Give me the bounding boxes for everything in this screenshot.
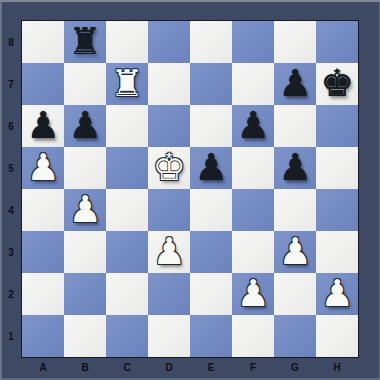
square-d4[interactable] — [148, 189, 190, 231]
square-g2[interactable] — [274, 273, 316, 315]
square-g1[interactable] — [274, 315, 316, 357]
square-h1[interactable] — [316, 315, 358, 357]
square-c4[interactable] — [106, 189, 148, 231]
board-frame: 87654321 ♜♜♟♚♟♟♟♟♚♟♟♟♟♟♟♟ ABCDEFGH — [0, 0, 380, 380]
square-e7[interactable] — [190, 63, 232, 105]
square-h4[interactable] — [316, 189, 358, 231]
square-h6[interactable] — [316, 105, 358, 147]
file-label-h: H — [316, 357, 358, 380]
square-g3[interactable]: ♟ — [274, 231, 316, 273]
file-label-e: E — [190, 357, 232, 380]
square-f4[interactable] — [232, 189, 274, 231]
square-a6[interactable]: ♟ — [22, 105, 64, 147]
piece-white-pawn[interactable]: ♟ — [320, 273, 353, 315]
piece-white-rook[interactable]: ♜ — [110, 63, 143, 105]
square-h3[interactable] — [316, 231, 358, 273]
square-c1[interactable] — [106, 315, 148, 357]
square-b7[interactable] — [64, 63, 106, 105]
square-g8[interactable] — [274, 21, 316, 63]
square-a1[interactable] — [22, 315, 64, 357]
rank-label-5: 5 — [0, 147, 22, 189]
file-label-g: G — [274, 357, 316, 380]
piece-black-king[interactable]: ♚ — [320, 63, 353, 105]
square-g6[interactable] — [274, 105, 316, 147]
square-b2[interactable] — [64, 273, 106, 315]
square-f6[interactable]: ♟ — [232, 105, 274, 147]
square-d2[interactable] — [148, 273, 190, 315]
square-h2[interactable]: ♟ — [316, 273, 358, 315]
square-d1[interactable] — [148, 315, 190, 357]
square-d8[interactable] — [148, 21, 190, 63]
square-e2[interactable] — [190, 273, 232, 315]
square-h5[interactable] — [316, 147, 358, 189]
piece-black-pawn[interactable]: ♟ — [194, 147, 227, 189]
file-label-d: D — [148, 357, 190, 380]
rank-label-7: 7 — [0, 63, 22, 105]
piece-white-pawn[interactable]: ♟ — [278, 231, 311, 273]
square-h7[interactable]: ♚ — [316, 63, 358, 105]
square-c2[interactable] — [106, 273, 148, 315]
square-f1[interactable] — [232, 315, 274, 357]
file-label-f: F — [232, 357, 274, 380]
rank-label-3: 3 — [0, 231, 22, 273]
square-f3[interactable] — [232, 231, 274, 273]
square-f2[interactable]: ♟ — [232, 273, 274, 315]
square-c5[interactable] — [106, 147, 148, 189]
file-label-c: C — [106, 357, 148, 380]
square-f8[interactable] — [232, 21, 274, 63]
square-a3[interactable] — [22, 231, 64, 273]
square-g7[interactable]: ♟ — [274, 63, 316, 105]
square-c7[interactable]: ♜ — [106, 63, 148, 105]
square-b1[interactable] — [64, 315, 106, 357]
square-c3[interactable] — [106, 231, 148, 273]
rank-labels: 87654321 — [0, 21, 22, 357]
square-e4[interactable] — [190, 189, 232, 231]
square-d5[interactable]: ♚ — [148, 147, 190, 189]
piece-black-pawn[interactable]: ♟ — [278, 147, 311, 189]
square-c6[interactable] — [106, 105, 148, 147]
piece-black-rook[interactable]: ♜ — [68, 21, 101, 63]
square-a5[interactable]: ♟ — [22, 147, 64, 189]
square-e1[interactable] — [190, 315, 232, 357]
square-b4[interactable]: ♟ — [64, 189, 106, 231]
square-b5[interactable] — [64, 147, 106, 189]
piece-white-king[interactable]: ♚ — [152, 147, 185, 189]
piece-white-pawn[interactable]: ♟ — [236, 273, 269, 315]
piece-white-pawn[interactable]: ♟ — [68, 189, 101, 231]
piece-white-pawn[interactable]: ♟ — [26, 147, 59, 189]
square-e8[interactable] — [190, 21, 232, 63]
square-f7[interactable] — [232, 63, 274, 105]
square-g5[interactable]: ♟ — [274, 147, 316, 189]
piece-black-pawn[interactable]: ♟ — [278, 63, 311, 105]
rank-label-4: 4 — [0, 189, 22, 231]
piece-black-pawn[interactable]: ♟ — [68, 105, 101, 147]
square-a8[interactable] — [22, 21, 64, 63]
file-label-a: A — [22, 357, 64, 380]
rank-label-8: 8 — [0, 21, 22, 63]
square-a4[interactable] — [22, 189, 64, 231]
rank-label-6: 6 — [0, 105, 22, 147]
square-e6[interactable] — [190, 105, 232, 147]
square-f5[interactable] — [232, 147, 274, 189]
square-a7[interactable] — [22, 63, 64, 105]
square-g4[interactable] — [274, 189, 316, 231]
chess-board[interactable]: ♜♜♟♚♟♟♟♟♚♟♟♟♟♟♟♟ — [22, 21, 358, 357]
square-e3[interactable] — [190, 231, 232, 273]
file-label-b: B — [64, 357, 106, 380]
file-labels: ABCDEFGH — [22, 357, 358, 380]
square-b8[interactable]: ♜ — [64, 21, 106, 63]
square-e5[interactable]: ♟ — [190, 147, 232, 189]
piece-black-pawn[interactable]: ♟ — [26, 105, 59, 147]
square-d7[interactable] — [148, 63, 190, 105]
square-b3[interactable] — [64, 231, 106, 273]
piece-white-pawn[interactable]: ♟ — [152, 231, 185, 273]
rank-label-2: 2 — [0, 273, 22, 315]
square-c8[interactable] — [106, 21, 148, 63]
rank-label-1: 1 — [0, 315, 22, 357]
square-d6[interactable] — [148, 105, 190, 147]
square-h8[interactable] — [316, 21, 358, 63]
piece-black-pawn[interactable]: ♟ — [236, 105, 269, 147]
square-b6[interactable]: ♟ — [64, 105, 106, 147]
square-d3[interactable]: ♟ — [148, 231, 190, 273]
square-a2[interactable] — [22, 273, 64, 315]
